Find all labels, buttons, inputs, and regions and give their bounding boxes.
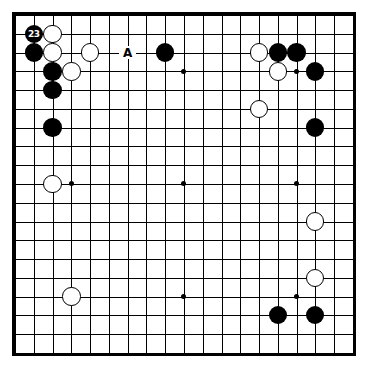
black-stone [25,43,43,61]
black-stone [43,118,61,136]
black-stone [43,81,61,99]
black-stone [287,43,305,61]
star-point [69,181,74,186]
white-stone [43,25,61,43]
black-stone-numbered: 23 [25,25,43,43]
point-label: A [119,46,136,59]
white-stone [250,43,268,61]
white-stone [306,269,324,287]
white-stone [62,62,80,80]
white-stone [250,100,268,118]
white-stone [306,212,324,230]
black-stone [269,43,287,61]
black-stone [306,62,324,80]
white-stone [269,62,287,80]
go-board: 23A [12,12,356,356]
star-point [181,294,186,299]
black-stone [269,306,287,324]
white-stone [43,43,61,61]
white-stone [43,175,61,193]
black-stone [306,306,324,324]
black-stone [306,118,324,136]
black-stone [43,62,61,80]
star-point [294,69,299,74]
stone-layer: 23A [6,6,363,363]
star-point [294,181,299,186]
black-stone [156,43,174,61]
white-stone [81,43,99,61]
star-point [181,181,186,186]
white-stone [62,287,80,305]
go-diagram-page: 23A [0,0,370,370]
star-point [294,294,299,299]
star-point [181,69,186,74]
